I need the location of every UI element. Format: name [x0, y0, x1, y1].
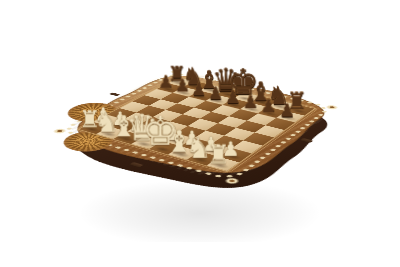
- scene: ♜♞♝♛♚♝♞♜♟♟♟♟♟♟♟♟♟♟♟♟♟♟♟♟♜♞♝♛♚♝♞♜: [0, 0, 400, 267]
- black-pawn: ♟: [207, 85, 222, 102]
- product-photo: ♜♞♝♛♚♝♞♜♟♟♟♟♟♟♟♟♟♟♟♟♟♟♟♟♜♞♝♛♚♝♞♜: [0, 0, 400, 267]
- white-rook: ♜: [206, 141, 229, 167]
- black-pawn: ♟: [158, 74, 173, 91]
- black-pawn: ♟: [260, 97, 276, 115]
- black-pawn: ♟: [242, 93, 258, 111]
- black-pawn: ♟: [174, 77, 189, 94]
- black-pawn: ♟: [278, 101, 294, 119]
- board-face: ♜♞♝♛♚♝♞♜♟♟♟♟♟♟♟♟♟♟♟♟♟♟♟♟♜♞♝♛♚♝♞♜: [38, 66, 350, 192]
- black-pawn: ♟: [191, 81, 206, 98]
- chess-board: ♜♞♝♛♚♝♞♜♟♟♟♟♟♟♟♟♟♟♟♟♟♟♟♟♜♞♝♛♚♝♞♜: [38, 66, 350, 192]
- black-pawn: ♟: [224, 89, 240, 106]
